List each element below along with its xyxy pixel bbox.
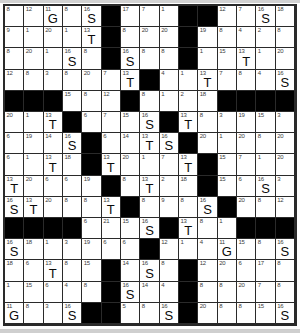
cell-r2c7[interactable]: 8	[121, 27, 140, 48]
cell-code-number: 17	[123, 6, 129, 13]
cell-r1c7[interactable]: 17	[121, 6, 140, 27]
cell-r11c11[interactable]: 8	[198, 218, 217, 239]
cell-r8c4[interactable]: 18	[63, 154, 82, 175]
cell-code-number: 20	[200, 133, 206, 140]
cell-r3c8[interactable]: 8	[140, 48, 159, 69]
block-cell-r9c11	[198, 176, 217, 197]
cell-code-number: 20	[26, 176, 32, 183]
cell-code-number: 20	[161, 27, 167, 34]
cell-r1c9[interactable]: 1	[160, 6, 179, 27]
cell-r15c1[interactable]: 11G	[5, 303, 24, 324]
cell-r11c6[interactable]: 21	[102, 218, 121, 239]
cell-code-number: 8	[65, 197, 68, 204]
cell-code-number: 20	[123, 154, 129, 161]
cell-r14c8[interactable]: 14	[140, 282, 159, 303]
cell-r6c15[interactable]: 3	[276, 112, 295, 133]
cell-revealed-letter: S	[160, 139, 178, 152]
cell-r10c3[interactable]: 20	[44, 197, 63, 218]
block-cell-r7c5	[82, 133, 101, 154]
block-cell-r10c12	[218, 197, 237, 218]
cell-r7c7[interactable]: 14	[121, 133, 140, 154]
block-cell-r6c9	[160, 112, 179, 133]
cell-r14c12[interactable]: 8	[218, 282, 237, 303]
cell-r7c3[interactable]: 14	[44, 133, 63, 154]
cell-r4c5[interactable]: 20	[82, 70, 101, 91]
cell-code-number: 20	[277, 154, 283, 161]
cell-r10c11[interactable]: 16S	[198, 197, 217, 218]
cell-code-number: 8	[239, 70, 242, 77]
cell-revealed-letter: S	[256, 12, 274, 25]
cell-r5c5[interactable]: 8	[82, 91, 101, 112]
cell-r2c1[interactable]: 9	[5, 27, 24, 48]
cell-r6c3[interactable]: 13T	[44, 112, 63, 133]
cell-r11c10[interactable]: 13T	[179, 218, 198, 239]
cell-r11c8[interactable]: 16S	[140, 218, 159, 239]
cell-code-number: 12	[26, 6, 32, 13]
cell-code-number: 8	[142, 197, 145, 204]
cell-code-number: 6	[103, 133, 106, 140]
cell-r4c15[interactable]: 16S	[276, 70, 295, 91]
block-cell-r11c9	[160, 218, 179, 239]
cell-r10c15[interactable]: 12	[276, 197, 295, 218]
cell-r9c15[interactable]: 3	[276, 176, 295, 197]
cell-r4c12[interactable]: 7	[218, 70, 237, 91]
cell-code-number: 1	[181, 239, 184, 246]
cell-revealed-letter: S	[63, 55, 81, 68]
cell-code-number: 9	[161, 197, 164, 204]
cell-r13c13[interactable]: 6	[237, 260, 256, 281]
cell-revealed-letter: T	[82, 33, 100, 46]
cell-r1c12[interactable]: 12	[218, 6, 237, 27]
cell-r10c4[interactable]: 8	[63, 197, 82, 218]
codeword-puzzle-page: 81211G816S177112716S189120113T8202019842…	[0, 0, 300, 333]
cell-r7c11[interactable]: 20	[198, 133, 217, 154]
cell-r9c7[interactable]: 8	[121, 176, 140, 197]
cell-r6c7[interactable]: 15	[121, 112, 140, 133]
cell-r13c8[interactable]: 16S	[140, 260, 159, 281]
cell-revealed-letter: T	[24, 203, 42, 216]
cell-r2c8[interactable]: 20	[140, 27, 159, 48]
cell-code-number: 7	[103, 112, 106, 119]
cell-r9c1[interactable]: 13T	[5, 176, 24, 197]
cell-r4c1[interactable]: 12	[5, 70, 24, 91]
cell-code-number: 17	[258, 260, 264, 267]
block-cell-r9c6	[102, 176, 121, 197]
block-cell-r12c8	[140, 239, 159, 260]
cell-r13c1[interactable]: 18	[5, 260, 24, 281]
cell-code-number: 15	[258, 303, 264, 310]
cell-r13c12[interactable]: 20	[218, 260, 237, 281]
cell-r8c10[interactable]: 13T	[179, 154, 198, 175]
cell-code-number: 8	[277, 27, 280, 34]
cell-r13c4[interactable]: 8	[63, 260, 82, 281]
cell-r12c3[interactable]: 1	[44, 239, 63, 260]
cell-r15c15[interactable]: 16S	[276, 303, 295, 324]
cell-r12c12[interactable]: 11G	[218, 239, 237, 260]
cell-r4c7[interactable]: 13T	[121, 70, 140, 91]
cell-r3c9[interactable]: 8	[160, 48, 179, 69]
cell-r4c4[interactable]: 8	[63, 70, 82, 91]
cell-code-number: 15	[219, 176, 225, 183]
cell-r14c11[interactable]: 8	[198, 282, 217, 303]
cell-r12c2[interactable]: 18	[24, 239, 43, 260]
block-cell-r15c6	[102, 303, 121, 324]
block-cell-r11c15	[276, 218, 295, 239]
cell-r8c8[interactable]: 1	[140, 154, 159, 175]
cell-code-number: 6	[26, 260, 29, 267]
cell-revealed-letter: T	[102, 161, 120, 174]
cell-r9c8[interactable]: 13T	[140, 176, 159, 197]
block-cell-r1c6	[102, 6, 121, 27]
cell-r10c9[interactable]: 9	[160, 197, 179, 218]
cell-r14c15[interactable]: 8	[276, 282, 295, 303]
cell-r7c8[interactable]: 13T	[140, 133, 159, 154]
cell-r8c6[interactable]: 13T	[102, 154, 121, 175]
cell-r2c14[interactable]: 2	[256, 27, 275, 48]
cell-code-number: 7	[239, 6, 242, 13]
cell-r11c7[interactable]: 15	[121, 218, 140, 239]
cell-r15c7[interactable]: 5	[121, 303, 140, 324]
cell-code-number: 3	[219, 112, 222, 119]
cell-r15c3[interactable]: 3	[44, 303, 63, 324]
cell-revealed-letter: S	[5, 203, 23, 216]
block-cell-r5c7	[121, 91, 140, 112]
cell-r2c3[interactable]: 20	[44, 27, 63, 48]
cell-code-number: 12	[103, 91, 109, 98]
cell-r4c3[interactable]: 3	[44, 70, 63, 91]
cell-r9c12[interactable]: 15	[218, 176, 237, 197]
cell-code-number: 12	[277, 197, 283, 204]
cell-code-number: 4	[200, 239, 203, 246]
cell-r15c8[interactable]: 8	[140, 303, 159, 324]
cell-r12c10[interactable]: 1	[179, 239, 198, 260]
cell-r14c7[interactable]: 16S	[121, 282, 140, 303]
cell-r5c9[interactable]: 1	[160, 91, 179, 112]
cell-code-number: 20	[219, 260, 225, 267]
cell-code-number: 20	[7, 112, 13, 119]
cell-r1c2[interactable]: 12	[24, 6, 43, 27]
cell-revealed-letter: T	[44, 118, 62, 131]
cell-r5c10[interactable]: 2	[179, 91, 198, 112]
cell-r2c9[interactable]: 20	[160, 27, 179, 48]
page-bottom-strip	[0, 329, 300, 333]
cell-r13c9[interactable]: 8	[160, 260, 179, 281]
block-cell-r15c5	[82, 303, 101, 324]
cell-code-number: 15	[123, 218, 129, 225]
cell-r10c5[interactable]: 8	[82, 197, 101, 218]
cell-r2c4[interactable]: 1	[63, 27, 82, 48]
cell-r9c10[interactable]: 18	[179, 176, 198, 197]
cell-r4c6[interactable]: 7	[102, 70, 121, 91]
block-cell-r11c4	[63, 218, 82, 239]
cell-code-number: 8	[219, 282, 222, 289]
cell-r4c11[interactable]: 13T	[198, 70, 217, 91]
cell-r10c8[interactable]: 8	[140, 197, 159, 218]
block-cell-r14c6	[102, 282, 121, 303]
block-cell-r15c10	[179, 303, 198, 324]
cell-r14c1[interactable]: 1	[5, 282, 24, 303]
cell-r11c5[interactable]: 6	[82, 218, 101, 239]
cell-r6c6[interactable]: 7	[102, 112, 121, 133]
cell-r1c5[interactable]: 16S	[82, 6, 101, 27]
cell-code-number: 3	[45, 70, 48, 77]
cell-code-number: 15	[219, 154, 225, 161]
cell-code-number: 15	[65, 91, 71, 98]
cell-code-number: 8	[84, 91, 87, 98]
cell-code-number: 1	[181, 70, 184, 77]
cell-code-number: 4	[239, 27, 242, 34]
cell-r9c5[interactable]: 19	[82, 176, 101, 197]
cell-r1c4[interactable]: 8	[63, 6, 82, 27]
cell-r12c1[interactable]: 16S	[5, 239, 24, 260]
cell-r13c11[interactable]: 12	[198, 260, 217, 281]
cell-r3c2[interactable]: 20	[24, 48, 43, 69]
block-cell-r5c13	[237, 91, 256, 112]
cell-r9c2[interactable]: 20	[24, 176, 43, 197]
cell-code-number: 1	[26, 112, 29, 119]
cell-r14c14[interactable]: 7	[256, 282, 275, 303]
cell-revealed-letter: T	[5, 182, 23, 195]
cell-r7c13[interactable]: 20	[237, 133, 256, 154]
cell-code-number: 1	[142, 154, 145, 161]
cell-r13c15[interactable]: 8	[276, 260, 295, 281]
cell-r11c12[interactable]: 1	[218, 218, 237, 239]
cell-r5c11[interactable]: 18	[198, 91, 217, 112]
cell-r5c4[interactable]: 15	[63, 91, 82, 112]
cell-r13c3[interactable]: 13T	[44, 260, 63, 281]
cell-r12c7[interactable]: 6	[121, 239, 140, 260]
cell-r7c14[interactable]: 8	[256, 133, 275, 154]
cell-r4c2[interactable]: 8	[24, 70, 43, 91]
cell-r8c9[interactable]: 7	[160, 154, 179, 175]
cell-revealed-letter: S	[63, 139, 81, 152]
cell-r6c2[interactable]: 1	[24, 112, 43, 133]
cell-r1c15[interactable]: 18	[276, 6, 295, 27]
cell-r15c12[interactable]: 8	[218, 303, 237, 324]
cell-r7c1[interactable]: 6	[5, 133, 24, 154]
cell-r6c11[interactable]: 8	[198, 112, 217, 133]
cell-r15c13[interactable]: 8	[237, 303, 256, 324]
cell-code-number: 8	[7, 6, 10, 13]
cell-r4c14[interactable]: 4	[256, 70, 275, 91]
cell-r4c9[interactable]: 4	[160, 70, 179, 91]
cell-r10c14[interactable]: 8	[256, 197, 275, 218]
cell-revealed-letter: S	[5, 245, 23, 258]
cell-r12c4[interactable]: 3	[63, 239, 82, 260]
cell-code-number: 8	[200, 218, 203, 225]
cell-r12c9[interactable]: 12	[160, 239, 179, 260]
cell-code-number: 4	[65, 282, 68, 289]
cell-revealed-letter: T	[44, 267, 62, 280]
cell-r6c1[interactable]: 20	[5, 112, 24, 133]
cell-r14c4[interactable]: 4	[63, 282, 82, 303]
cell-r8c7[interactable]: 20	[121, 154, 140, 175]
cell-r6c12[interactable]: 3	[218, 112, 237, 133]
cell-code-number: 1	[45, 48, 48, 55]
cell-r2c13[interactable]: 4	[237, 27, 256, 48]
cell-r12c15[interactable]: 16S	[276, 239, 295, 260]
cell-revealed-letter: T	[102, 203, 120, 216]
cell-code-number: 6	[65, 176, 68, 183]
block-cell-r5c14	[256, 91, 275, 112]
cell-revealed-letter: S	[140, 224, 158, 237]
cell-r13c5[interactable]: 15	[82, 260, 101, 281]
cell-r8c3[interactable]: 13T	[44, 154, 63, 175]
cell-code-number: 1	[200, 48, 203, 55]
cell-r10c2[interactable]: 13T	[24, 197, 43, 218]
cell-r10c6[interactable]: 13T	[102, 197, 121, 218]
cell-r3c5[interactable]: 8	[82, 48, 101, 69]
cell-r14c13[interactable]: 20	[237, 282, 256, 303]
cell-code-number: 8	[123, 176, 126, 183]
cell-revealed-letter: T	[198, 76, 216, 89]
cell-r2c11[interactable]: 19	[198, 27, 217, 48]
cell-code-number: 8	[123, 27, 126, 34]
cell-code-number: 6	[239, 176, 242, 183]
block-cell-r3c10	[179, 48, 198, 69]
cell-code-number: 6	[123, 239, 126, 246]
cell-r15c14[interactable]: 15	[256, 303, 275, 324]
cell-r10c13[interactable]: 20	[237, 197, 256, 218]
cell-r3c4[interactable]: 16S	[63, 48, 82, 69]
cell-code-number: 3	[45, 303, 48, 310]
cell-r14c9[interactable]: 4	[160, 282, 179, 303]
cell-r14c2[interactable]: 15	[24, 282, 43, 303]
block-cell-r4c8	[140, 70, 159, 91]
cell-code-number: 20	[239, 197, 245, 204]
cell-r1c1[interactable]: 8	[5, 6, 24, 27]
cell-r3c13[interactable]: 13T	[237, 48, 256, 69]
block-cell-r2c6	[102, 27, 121, 48]
cell-r7c4[interactable]: 16S	[63, 133, 82, 154]
cell-code-number: 2	[161, 176, 164, 183]
block-cell-r5c3	[44, 91, 63, 112]
cell-r8c15[interactable]: 20	[276, 154, 295, 175]
cell-r12c14[interactable]: 8	[256, 239, 275, 260]
cell-r15c11[interactable]: 20	[198, 303, 217, 324]
cell-r3c14[interactable]: 1	[256, 48, 275, 69]
cell-code-number: 20	[277, 133, 283, 140]
cell-code-number: 12	[7, 70, 13, 77]
cell-r13c14[interactable]: 17	[256, 260, 275, 281]
cell-revealed-letter: S	[198, 203, 216, 216]
cell-code-number: 5	[123, 303, 126, 310]
cell-r1c14[interactable]: 16S	[256, 6, 275, 27]
cell-code-number: 15	[26, 282, 32, 289]
cell-r9c14[interactable]: 16S	[256, 176, 275, 197]
cell-revealed-letter: S	[140, 267, 158, 280]
cell-code-number: 3	[277, 176, 280, 183]
cell-code-number: 8	[239, 303, 242, 310]
cell-code-number: 1	[26, 154, 29, 161]
cell-r5c6[interactable]: 12	[102, 91, 121, 112]
block-cell-r1c11	[198, 6, 217, 27]
cell-r1c8[interactable]: 7	[140, 6, 159, 27]
cell-r9c13[interactable]: 6	[237, 176, 256, 197]
cell-r3c15[interactable]: 20	[276, 48, 295, 69]
cell-r8c14[interactable]: 1	[256, 154, 275, 175]
cell-r13c2[interactable]: 6	[24, 260, 43, 281]
block-cell-r13c6	[102, 260, 121, 281]
cell-r8c1[interactable]: 6	[5, 154, 24, 175]
cell-r14c3[interactable]: 6	[44, 282, 63, 303]
cell-r4c13[interactable]: 8	[237, 70, 256, 91]
cell-r15c4[interactable]: 16S	[63, 303, 82, 324]
cell-code-number: 8	[65, 260, 68, 267]
cell-r10c10[interactable]: 8	[179, 197, 198, 218]
cell-r6c14[interactable]: 15	[256, 112, 275, 133]
cell-r8c13[interactable]: 7	[237, 154, 256, 175]
cell-code-number: 19	[84, 239, 90, 246]
cell-code-number: 6	[239, 260, 242, 267]
cell-r13c7[interactable]: 14	[121, 260, 140, 281]
cell-code-number: 1	[7, 282, 10, 289]
cell-r9c4[interactable]: 6	[63, 176, 82, 197]
cell-r2c12[interactable]: 8	[218, 27, 237, 48]
cell-r3c7[interactable]: 16S	[121, 48, 140, 69]
cell-code-number: 8	[161, 48, 164, 55]
cell-r6c5[interactable]: 6	[82, 112, 101, 133]
cell-r9c9[interactable]: 2	[160, 176, 179, 197]
cell-revealed-letter: S	[63, 309, 81, 322]
cell-r15c2[interactable]: 8	[24, 303, 43, 324]
cell-r1c3[interactable]: 11G	[44, 6, 63, 27]
block-cell-r11c3	[44, 218, 63, 239]
cell-r6c13[interactable]: 19	[237, 112, 256, 133]
cell-r2c5[interactable]: 13T	[82, 27, 101, 48]
cell-r8c2[interactable]: 1	[24, 154, 43, 175]
page-top-strip	[0, 0, 300, 3]
cell-r8c12[interactable]: 15	[218, 154, 237, 175]
cell-code-number: 8	[277, 282, 280, 289]
cell-code-number: 4	[258, 70, 261, 77]
cell-r7c2[interactable]: 19	[24, 133, 43, 154]
cell-r12c5[interactable]: 19	[82, 239, 101, 260]
cell-r3c3[interactable]: 1	[44, 48, 63, 69]
cell-code-number: 7	[161, 154, 164, 161]
cell-r12c11[interactable]: 4	[198, 239, 217, 260]
cell-r4c10[interactable]: 1	[179, 70, 198, 91]
cell-r12c13[interactable]: 15	[237, 239, 256, 260]
cell-code-number: 12	[219, 6, 225, 13]
cell-r7c15[interactable]: 20	[276, 133, 295, 154]
cell-r3c12[interactable]: 15	[218, 48, 237, 69]
cell-r3c11[interactable]: 1	[198, 48, 217, 69]
block-cell-r6c4	[63, 112, 82, 133]
cell-r9c3[interactable]: 6	[44, 176, 63, 197]
cell-r2c2[interactable]: 1	[24, 27, 43, 48]
cell-code-number: 20	[45, 27, 51, 34]
cell-r6c10[interactable]: 13T	[179, 112, 198, 133]
cell-r2c15[interactable]: 8	[276, 27, 295, 48]
cell-code-number: 7	[219, 70, 222, 77]
cell-r15c9[interactable]: 16S	[160, 303, 179, 324]
cell-r5c8[interactable]: 8	[140, 91, 159, 112]
cell-r10c1[interactable]: 16S	[5, 197, 24, 218]
cell-r1c13[interactable]: 7	[237, 6, 256, 27]
cell-code-number: 8	[219, 303, 222, 310]
cell-r14c5[interactable]: 8	[82, 282, 101, 303]
cell-r7c12[interactable]: 1	[218, 133, 237, 154]
cell-revealed-letter: G	[5, 309, 23, 322]
cell-r3c1[interactable]: 8	[5, 48, 24, 69]
cell-r6c8[interactable]: 16S	[140, 112, 159, 133]
cell-r7c9[interactable]: 16S	[160, 133, 179, 154]
cell-r12c6[interactable]: 6	[102, 239, 121, 260]
cell-r7c6[interactable]: 6	[102, 133, 121, 154]
block-cell-r5c15	[276, 91, 295, 112]
block-cell-r8c11	[198, 154, 217, 175]
